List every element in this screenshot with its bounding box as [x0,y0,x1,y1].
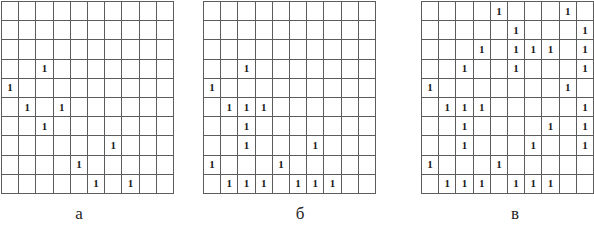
cell-v-r5c2: 1 [456,98,473,117]
cell-v-r9c2: 1 [456,175,473,194]
cell-b-r2c3 [256,40,273,59]
cell-b-r9c6: 1 [307,175,324,194]
cell-a-r1c1 [19,21,36,40]
cell-b-r9c5: 1 [290,175,307,194]
cell-a-r3c7 [122,60,139,79]
cell-b-r7c7 [324,136,341,155]
cell-v-r9c5: 1 [508,175,525,194]
cell-a-r8c0 [2,156,19,175]
cell-v-r6c4 [491,117,508,136]
cell-a-r3c6 [105,60,122,79]
cell-v-r0c0 [422,2,439,21]
cell-a-r2c5 [88,40,105,59]
cell-v-r1c3 [474,21,491,40]
cell-a-r9c8 [140,175,157,194]
cell-v-r9c3: 1 [474,175,491,194]
cell-a-r1c0 [2,21,19,40]
cell-v-r9c1: 1 [439,175,456,194]
cell-v-r1c2 [456,21,473,40]
cell-v-r0c7 [542,2,559,21]
cell-v-r8c0: 1 [422,156,439,175]
cell-b-r5c6 [307,98,324,117]
cell-b-r0c0 [204,2,221,21]
cell-v-r0c1 [439,2,456,21]
cell-b-r8c1 [221,156,238,175]
cell-a-r9c2 [36,175,53,194]
cell-a-r6c7 [122,117,139,136]
cell-v-r9c8 [560,175,577,194]
cell-v-r3c0 [422,60,439,79]
cell-a-r5c2 [36,98,53,117]
cell-b-r5c7 [324,98,341,117]
cell-a-r4c0: 1 [2,79,19,98]
cell-b-r0c5 [290,2,307,21]
cell-b-r0c8 [342,2,359,21]
cell-b-r5c4 [273,98,290,117]
cell-b-r3c8 [342,60,359,79]
cell-b-r3c6 [307,60,324,79]
cell-a-r0c2 [36,2,53,21]
cell-b-r8c7 [324,156,341,175]
cell-a-r0c6 [105,2,122,21]
cell-a-r7c3 [54,136,71,155]
cell-b-r5c5 [290,98,307,117]
cell-v-r8c3 [474,156,491,175]
cell-b-r3c2: 1 [238,60,255,79]
cell-v-r4c1 [439,79,456,98]
cell-b-r3c7 [324,60,341,79]
cell-a-r6c8 [140,117,157,136]
cell-a-r6c1 [19,117,36,136]
cell-a-r9c1 [19,175,36,194]
cell-a-r8c9 [157,156,174,175]
cell-b-r9c0 [204,175,221,194]
cell-a-r4c8 [140,79,157,98]
cell-b-r3c3 [256,60,273,79]
cell-a-r0c7 [122,2,139,21]
cell-a-r2c6 [105,40,122,59]
cell-v-r2c5: 1 [508,40,525,59]
cell-v-r6c6 [525,117,542,136]
cell-v-r5c6 [525,98,542,117]
cell-b-r3c1 [221,60,238,79]
cell-v-r3c1 [439,60,456,79]
cell-a-r4c3 [54,79,71,98]
cell-v-r8c9 [577,156,594,175]
cell-a-r2c7 [122,40,139,59]
cell-v-r5c4 [491,98,508,117]
cell-v-r4c6 [525,79,542,98]
cell-b-r1c2 [238,21,255,40]
cell-a-r5c1: 1 [19,98,36,117]
cell-b-r7c0 [204,136,221,155]
cell-v-r8c6 [525,156,542,175]
cell-v-r7c1 [439,136,456,155]
cell-a-r1c4 [71,21,88,40]
cell-v-r0c6 [525,2,542,21]
cell-b-r2c6 [307,40,324,59]
cell-b-r5c3: 1 [256,98,273,117]
cell-b-r9c7: 1 [324,175,341,194]
cell-b-r6c4 [273,117,290,136]
cell-b-r9c4 [273,175,290,194]
cell-b-r9c8 [342,175,359,194]
cell-v-r3c3 [474,60,491,79]
cell-v-r9c4 [491,175,508,194]
cell-a-r0c4 [71,2,88,21]
cell-b-r7c6: 1 [307,136,324,155]
cell-v-r7c8 [560,136,577,155]
cell-a-r0c5 [88,2,105,21]
cell-a-r4c4 [71,79,88,98]
cell-b-r1c3 [256,21,273,40]
cell-b-r1c9 [359,21,376,40]
cell-v-r7c9: 1 [577,136,594,155]
cell-a-r7c1 [19,136,36,155]
cell-b-r6c8 [342,117,359,136]
cell-a-r1c2 [36,21,53,40]
cell-a-r9c4 [71,175,88,194]
cell-b-r2c8 [342,40,359,59]
cell-v-r2c1 [439,40,456,59]
cell-b-r6c9 [359,117,376,136]
cell-a-r7c8 [140,136,157,155]
cell-a-r1c3 [54,21,71,40]
cell-b-r1c7 [324,21,341,40]
cell-a-r5c9 [157,98,174,117]
cell-v-r7c0 [422,136,439,155]
cell-v-r3c4 [491,60,508,79]
cell-b-r4c7 [324,79,341,98]
cell-a-r8c5 [88,156,105,175]
cell-b-r0c2 [238,2,255,21]
cell-a-r6c6 [105,117,122,136]
cell-b-r8c9 [359,156,376,175]
cell-v-r8c2 [456,156,473,175]
cell-v-r7c7 [542,136,559,155]
cell-b-r5c2: 1 [238,98,255,117]
cell-v-r4c4 [491,79,508,98]
cell-v-r6c8 [560,117,577,136]
matrix-grid-v: 11111111111111111111111111111111 [421,1,594,194]
matrix-grid-b: 1111111111111111 [203,1,376,194]
cell-a-r7c5 [88,136,105,155]
cell-a-r8c2 [36,156,53,175]
cell-b-r4c9 [359,79,376,98]
cell-b-r4c8 [342,79,359,98]
cell-a-r5c4 [71,98,88,117]
cell-a-r8c8 [140,156,157,175]
cell-a-r9c6 [105,175,122,194]
cell-v-r9c0 [422,175,439,194]
cell-v-r5c8 [560,98,577,117]
cell-a-r7c7 [122,136,139,155]
cell-b-r6c1 [221,117,238,136]
cell-v-r4c9 [577,79,594,98]
cell-b-r1c0 [204,21,221,40]
cell-v-r3c2: 1 [456,60,473,79]
cell-b-r7c2: 1 [238,136,255,155]
cell-b-r8c3 [256,156,273,175]
cell-a-r5c3: 1 [54,98,71,117]
cell-b-r3c5 [290,60,307,79]
cell-v-r7c4 [491,136,508,155]
cell-b-r3c0 [204,60,221,79]
figure-three-boolean-matrices: 111111111 1111111111111111 1111111111111… [0,0,594,228]
cell-v-r4c7 [542,79,559,98]
cell-b-r7c9 [359,136,376,155]
cell-v-r9c6: 1 [525,175,542,194]
grid-label-a: а [75,204,83,224]
grid-label-b: б [296,204,305,224]
cell-v-r6c1 [439,117,456,136]
cell-b-r5c1: 1 [221,98,238,117]
cell-a-r1c5 [88,21,105,40]
cell-b-r9c2: 1 [238,175,255,194]
cell-a-r1c7 [122,21,139,40]
cell-a-r5c8 [140,98,157,117]
grid-label-v: в [511,204,519,224]
cell-v-r2c7: 1 [542,40,559,59]
cell-v-r6c7: 1 [542,117,559,136]
cell-a-r6c0 [2,117,19,136]
cell-a-r2c0 [2,40,19,59]
cell-a-r3c4 [71,60,88,79]
cell-a-r6c2: 1 [36,117,53,136]
cell-b-r2c2 [238,40,255,59]
cell-a-r3c3 [54,60,71,79]
cell-b-r2c1 [221,40,238,59]
cell-a-r8c6 [105,156,122,175]
cell-b-r6c0 [204,117,221,136]
cell-b-r1c8 [342,21,359,40]
cell-b-r4c2 [238,79,255,98]
cell-a-r9c7: 1 [122,175,139,194]
cell-a-r7c4 [71,136,88,155]
cell-v-r2c0 [422,40,439,59]
cell-b-r1c1 [221,21,238,40]
cell-v-r4c0: 1 [422,79,439,98]
cell-v-r4c3 [474,79,491,98]
cell-v-r2c3: 1 [474,40,491,59]
cell-v-r6c9: 1 [577,117,594,136]
cell-a-r4c5 [88,79,105,98]
cell-v-r4c8: 1 [560,79,577,98]
cell-a-r9c5: 1 [88,175,105,194]
cell-a-r4c7 [122,79,139,98]
cell-a-r3c8 [140,60,157,79]
cell-v-r9c9 [577,175,594,194]
cell-v-r8c8 [560,156,577,175]
cell-a-r0c1 [19,2,36,21]
cell-b-r0c7 [324,2,341,21]
cell-v-r1c9: 1 [577,21,594,40]
cell-a-r4c1 [19,79,36,98]
cell-a-r0c0 [2,2,19,21]
cell-a-r1c6 [105,21,122,40]
cell-v-r5c5 [508,98,525,117]
cell-b-r6c2: 1 [238,117,255,136]
cell-v-r1c1 [439,21,456,40]
cell-a-r3c2: 1 [36,60,53,79]
cell-b-r9c9 [359,175,376,194]
cell-b-r0c9 [359,2,376,21]
cell-v-r1c7 [542,21,559,40]
cell-b-r8c0: 1 [204,156,221,175]
cell-v-r7c5 [508,136,525,155]
cell-b-r0c6 [307,2,324,21]
cell-a-r6c9 [157,117,174,136]
cell-b-r0c4 [273,2,290,21]
cell-b-r2c5 [290,40,307,59]
cell-v-r0c9 [577,2,594,21]
matrix-grid-a: 111111111 [1,1,174,194]
cell-v-r8c5 [508,156,525,175]
cell-v-r7c6: 1 [525,136,542,155]
cell-a-r6c3 [54,117,71,136]
cell-a-r1c9 [157,21,174,40]
cell-a-r9c3 [54,175,71,194]
cell-b-r9c1: 1 [221,175,238,194]
cell-a-r9c9 [157,175,174,194]
cell-a-r2c2 [36,40,53,59]
cell-a-r0c8 [140,2,157,21]
cell-a-r3c0 [2,60,19,79]
cell-a-r4c6 [105,79,122,98]
cell-b-r6c5 [290,117,307,136]
cell-v-r3c5: 1 [508,60,525,79]
cell-a-r2c3 [54,40,71,59]
cell-v-r3c7 [542,60,559,79]
cell-v-r0c8: 1 [560,2,577,21]
cell-v-r0c5 [508,2,525,21]
cell-v-r5c9: 1 [577,98,594,117]
cell-a-r2c8 [140,40,157,59]
cell-v-r5c1: 1 [439,98,456,117]
cell-a-r7c6: 1 [105,136,122,155]
cell-b-r7c4 [273,136,290,155]
cell-a-r5c6 [105,98,122,117]
cell-v-r7c2: 1 [456,136,473,155]
cell-b-r6c6 [307,117,324,136]
cell-v-r6c2: 1 [456,117,473,136]
cell-b-r1c4 [273,21,290,40]
cell-b-r5c0 [204,98,221,117]
cell-v-r2c4 [491,40,508,59]
cell-b-r8c8 [342,156,359,175]
cell-a-r8c3 [54,156,71,175]
cell-v-r5c3: 1 [474,98,491,117]
cell-v-r5c0 [422,98,439,117]
cell-b-r8c6 [307,156,324,175]
cell-b-r7c5 [290,136,307,155]
cell-b-r1c6 [307,21,324,40]
cell-b-r8c4: 1 [273,156,290,175]
cell-a-r0c3 [54,2,71,21]
cell-v-r0c3 [474,2,491,21]
cell-a-r7c9 [157,136,174,155]
cell-v-r3c8 [560,60,577,79]
cell-a-r8c7 [122,156,139,175]
cell-v-r0c4: 1 [491,2,508,21]
cell-b-r3c4 [273,60,290,79]
cell-b-r2c0 [204,40,221,59]
cell-a-r4c2 [36,79,53,98]
cell-v-r2c9: 1 [577,40,594,59]
cell-v-r5c7 [542,98,559,117]
cell-v-r8c7 [542,156,559,175]
cell-v-r1c5: 1 [508,21,525,40]
cell-b-r2c7 [324,40,341,59]
cell-b-r4c3 [256,79,273,98]
cell-a-r3c9 [157,60,174,79]
cell-b-r8c5 [290,156,307,175]
cell-a-r5c0 [2,98,19,117]
cell-b-r5c8 [342,98,359,117]
cell-a-r8c4: 1 [71,156,88,175]
cell-b-r4c4 [273,79,290,98]
cell-a-r9c0 [2,175,19,194]
cell-b-r0c1 [221,2,238,21]
cell-a-r2c4 [71,40,88,59]
cell-v-r4c5 [508,79,525,98]
cell-v-r8c1 [439,156,456,175]
cell-b-r8c2 [238,156,255,175]
cell-v-r2c8 [560,40,577,59]
cell-v-r6c5 [508,117,525,136]
cell-a-r7c2 [36,136,53,155]
cell-b-r2c4 [273,40,290,59]
cell-b-r4c0: 1 [204,79,221,98]
cell-b-r3c9 [359,60,376,79]
cell-a-r7c0 [2,136,19,155]
cell-v-r2c6: 1 [525,40,542,59]
cell-b-r7c1 [221,136,238,155]
cell-v-r3c6 [525,60,542,79]
cell-v-r1c0 [422,21,439,40]
cell-v-r0c2 [456,2,473,21]
cell-v-r1c6 [525,21,542,40]
cell-a-r5c7 [122,98,139,117]
cell-b-r2c9 [359,40,376,59]
cell-b-r5c9 [359,98,376,117]
cell-a-r6c5 [88,117,105,136]
cell-v-r4c2 [456,79,473,98]
cell-v-r7c3 [474,136,491,155]
cell-v-r8c4: 1 [491,156,508,175]
cell-a-r4c9 [157,79,174,98]
cell-a-r3c5 [88,60,105,79]
cell-b-r1c5 [290,21,307,40]
cell-b-r7c8 [342,136,359,155]
cell-b-r6c3 [256,117,273,136]
cell-a-r3c1 [19,60,36,79]
cell-b-r7c3 [256,136,273,155]
cell-b-r4c1 [221,79,238,98]
cell-a-r8c1 [19,156,36,175]
cell-b-r0c3 [256,2,273,21]
cell-a-r2c9 [157,40,174,59]
cell-a-r1c8 [140,21,157,40]
cell-b-r9c3: 1 [256,175,273,194]
cell-b-r4c6 [307,79,324,98]
cell-a-r5c5 [88,98,105,117]
cell-v-r3c9: 1 [577,60,594,79]
cell-v-r1c4 [491,21,508,40]
cell-a-r0c9 [157,2,174,21]
cell-a-r6c4 [71,117,88,136]
cell-b-r4c5 [290,79,307,98]
